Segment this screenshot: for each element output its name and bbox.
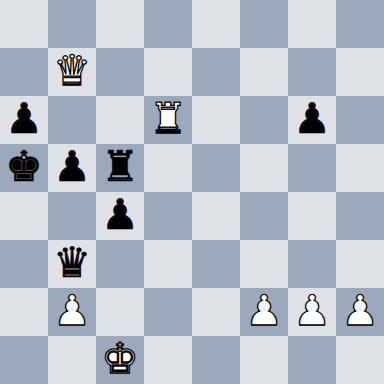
square-c8[interactable] xyxy=(96,0,144,48)
square-f3[interactable] xyxy=(240,240,288,288)
square-d6[interactable]: ♜ xyxy=(144,96,192,144)
white-king-piece: ♚ xyxy=(101,336,139,383)
square-h8[interactable] xyxy=(336,0,384,48)
square-e7[interactable] xyxy=(192,48,240,96)
square-c4[interactable]: ♟ xyxy=(96,192,144,240)
square-b1[interactable] xyxy=(48,336,96,384)
square-d4[interactable] xyxy=(144,192,192,240)
square-d3[interactable] xyxy=(144,240,192,288)
square-e2[interactable] xyxy=(192,288,240,336)
square-a7[interactable] xyxy=(0,48,48,96)
square-h7[interactable] xyxy=(336,48,384,96)
square-a1[interactable] xyxy=(0,336,48,384)
square-h6[interactable] xyxy=(336,96,384,144)
square-c7[interactable] xyxy=(96,48,144,96)
square-e3[interactable] xyxy=(192,240,240,288)
square-d7[interactable] xyxy=(144,48,192,96)
square-b4[interactable] xyxy=(48,192,96,240)
square-c6[interactable] xyxy=(96,96,144,144)
black-pawn-piece: ♟ xyxy=(5,96,43,143)
white-pawn-piece: ♟ xyxy=(53,288,91,335)
square-g6[interactable]: ♟ xyxy=(288,96,336,144)
black-king-piece: ♚ xyxy=(5,144,43,191)
square-e5[interactable] xyxy=(192,144,240,192)
square-a5[interactable]: ♚ xyxy=(0,144,48,192)
square-h2[interactable]: ♟ xyxy=(336,288,384,336)
square-d1[interactable] xyxy=(144,336,192,384)
square-f5[interactable] xyxy=(240,144,288,192)
square-f4[interactable] xyxy=(240,192,288,240)
square-a2[interactable] xyxy=(0,288,48,336)
black-pawn-piece: ♟ xyxy=(293,96,331,143)
chess-board: ♛♟♜♟♚♟♜♟♛♟♟♟♟♚ xyxy=(0,0,384,384)
square-e4[interactable] xyxy=(192,192,240,240)
square-f7[interactable] xyxy=(240,48,288,96)
square-c3[interactable] xyxy=(96,240,144,288)
square-d5[interactable] xyxy=(144,144,192,192)
square-c2[interactable] xyxy=(96,288,144,336)
square-b3[interactable]: ♛ xyxy=(48,240,96,288)
square-g8[interactable] xyxy=(288,0,336,48)
square-g7[interactable] xyxy=(288,48,336,96)
square-a6[interactable]: ♟ xyxy=(0,96,48,144)
square-h1[interactable] xyxy=(336,336,384,384)
square-d2[interactable] xyxy=(144,288,192,336)
square-e6[interactable] xyxy=(192,96,240,144)
square-g2[interactable]: ♟ xyxy=(288,288,336,336)
white-queen-piece: ♛ xyxy=(53,48,91,95)
black-rook-piece: ♜ xyxy=(101,144,139,191)
square-g5[interactable] xyxy=(288,144,336,192)
black-pawn-piece: ♟ xyxy=(101,192,139,239)
square-c1[interactable]: ♚ xyxy=(96,336,144,384)
square-f2[interactable]: ♟ xyxy=(240,288,288,336)
white-rook-piece: ♜ xyxy=(149,96,187,143)
white-pawn-piece: ♟ xyxy=(341,288,379,335)
square-b6[interactable] xyxy=(48,96,96,144)
square-h3[interactable] xyxy=(336,240,384,288)
square-d8[interactable] xyxy=(144,0,192,48)
square-f6[interactable] xyxy=(240,96,288,144)
square-g1[interactable] xyxy=(288,336,336,384)
square-f8[interactable] xyxy=(240,0,288,48)
square-h5[interactable] xyxy=(336,144,384,192)
square-g4[interactable] xyxy=(288,192,336,240)
square-b2[interactable]: ♟ xyxy=(48,288,96,336)
square-e1[interactable] xyxy=(192,336,240,384)
square-f1[interactable] xyxy=(240,336,288,384)
white-pawn-piece: ♟ xyxy=(293,288,331,335)
square-b8[interactable] xyxy=(48,0,96,48)
square-e8[interactable] xyxy=(192,0,240,48)
square-a4[interactable] xyxy=(0,192,48,240)
black-queen-piece: ♛ xyxy=(53,240,91,287)
square-g3[interactable] xyxy=(288,240,336,288)
white-pawn-piece: ♟ xyxy=(245,288,283,335)
square-c5[interactable]: ♜ xyxy=(96,144,144,192)
square-h4[interactable] xyxy=(336,192,384,240)
square-a3[interactable] xyxy=(0,240,48,288)
square-b7[interactable]: ♛ xyxy=(48,48,96,96)
black-pawn-piece: ♟ xyxy=(53,144,91,191)
square-a8[interactable] xyxy=(0,0,48,48)
square-b5[interactable]: ♟ xyxy=(48,144,96,192)
